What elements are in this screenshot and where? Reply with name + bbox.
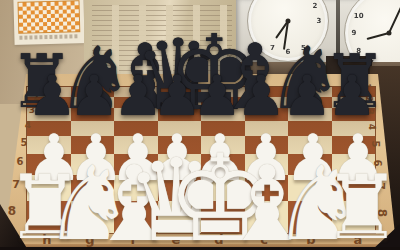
chess-set-photo: 1223567 109876 hgfedcba1234567812345678 …	[0, 0, 400, 250]
clock-hand-pivot	[286, 19, 291, 24]
black-pawn-g2[interactable]: ♟	[69, 68, 119, 124]
clock-hand-pivot	[387, 31, 392, 36]
clock-numeral-10: 10	[354, 12, 364, 20]
black-pawn-c2[interactable]: ♟	[236, 68, 286, 124]
clock-numeral-3: 3	[317, 17, 322, 25]
black-pawn-a2[interactable]: ♟	[327, 68, 377, 124]
clock-hand	[388, 4, 400, 34]
clock-numeral-9: 9	[352, 29, 357, 37]
black-pawn-d2[interactable]: ♟	[192, 68, 242, 124]
clock-numeral-2: 2	[312, 2, 317, 10]
black-pawn-b2[interactable]: ♟	[282, 68, 332, 124]
white-rook-a8[interactable]: ♜	[323, 164, 400, 250]
